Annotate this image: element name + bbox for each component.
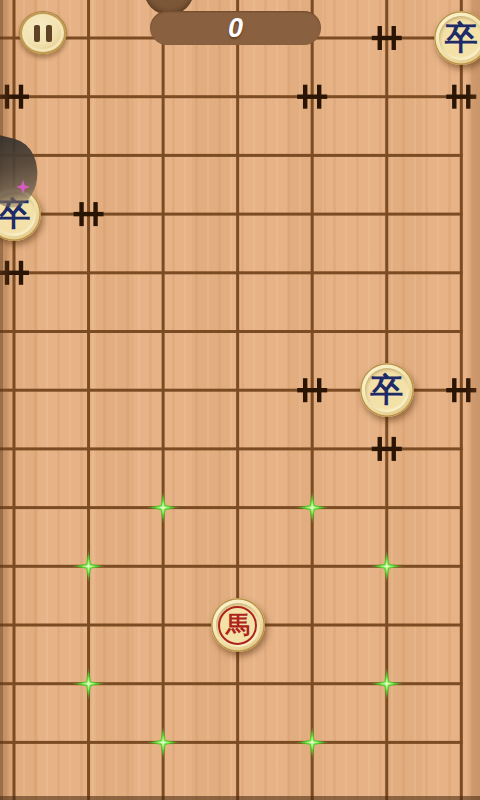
point-marker	[74, 212, 104, 216]
point-marker	[297, 95, 327, 99]
grid-line-vertical	[162, 0, 165, 800]
grid-line-vertical	[236, 0, 239, 800]
piece-face: 卒	[439, 16, 480, 60]
board-right-edge-shadow	[466, 0, 480, 800]
grid-line-horizontal	[0, 506, 463, 509]
pause-icon	[34, 25, 40, 42]
grid-line-horizontal	[0, 741, 463, 744]
board-left-edge-shadow	[0, 0, 12, 800]
point-marker	[93, 202, 97, 226]
point-marker	[303, 85, 307, 109]
point-marker	[317, 378, 321, 402]
point-marker	[452, 85, 456, 109]
point-marker	[317, 85, 321, 109]
grid-line-horizontal	[0, 95, 463, 98]
grid-line-horizontal	[0, 154, 463, 157]
game-screen: 卒卒卒馬 0	[0, 0, 480, 800]
piece-face: 卒	[365, 368, 409, 412]
grid-line-vertical	[311, 0, 314, 800]
point-marker	[378, 437, 382, 461]
point-marker	[19, 261, 23, 285]
pause-icon	[46, 25, 52, 42]
red-piece-ring: 馬	[218, 606, 257, 645]
grid-line-horizontal	[0, 271, 463, 274]
red-horse-piece[interactable]: 馬	[211, 598, 265, 652]
grid-line-vertical	[13, 0, 16, 800]
point-marker	[392, 26, 396, 50]
point-marker	[297, 388, 327, 392]
piece-glyph: 馬	[226, 613, 250, 637]
point-marker	[372, 36, 402, 40]
point-marker	[79, 202, 83, 226]
black-soldier-piece[interactable]: 卒	[360, 363, 414, 417]
grid-line-horizontal	[0, 213, 463, 216]
score-value: 0	[228, 13, 243, 44]
point-marker	[303, 378, 307, 402]
board-bottom-edge-shadow	[0, 796, 480, 800]
point-marker	[392, 437, 396, 461]
point-marker	[452, 378, 456, 402]
piece-face: 馬	[216, 603, 260, 647]
point-marker	[372, 447, 402, 451]
grid-line-vertical	[460, 0, 463, 800]
grid-line-horizontal	[0, 330, 463, 333]
score-pill: 0	[150, 11, 321, 45]
pause-button[interactable]	[19, 11, 67, 55]
piece-glyph: 卒	[445, 22, 478, 55]
black-soldier-piece[interactable]: 卒	[434, 11, 480, 65]
point-marker	[378, 26, 382, 50]
point-marker	[19, 85, 23, 109]
piece-glyph: 卒	[370, 374, 403, 407]
